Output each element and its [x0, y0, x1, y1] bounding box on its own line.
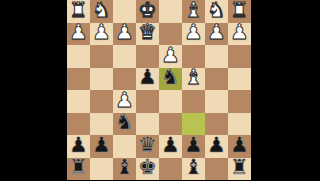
- white-queen[interactable]: ♛: [138, 22, 157, 43]
- black-king[interactable]: ♚: [138, 157, 157, 178]
- square-h8[interactable]: ♜: [67, 158, 90, 181]
- square-g8[interactable]: [90, 158, 113, 181]
- square-f4[interactable]: [113, 68, 136, 91]
- black-queen[interactable]: ♛: [138, 135, 157, 156]
- white-pawn[interactable]: ♟: [115, 22, 134, 43]
- square-b2[interactable]: ♟: [205, 23, 228, 46]
- square-f8[interactable]: ♝: [113, 158, 136, 181]
- white-rook[interactable]: ♜: [69, 0, 88, 21]
- black-pawn[interactable]: ♟: [184, 135, 203, 156]
- black-rook[interactable]: ♜: [69, 157, 88, 178]
- square-c6[interactable]: [182, 113, 205, 136]
- square-b6[interactable]: [205, 113, 228, 136]
- square-h4[interactable]: [67, 68, 90, 91]
- square-a5[interactable]: [228, 90, 251, 113]
- square-h7[interactable]: ♟: [67, 135, 90, 158]
- square-c2[interactable]: ♟: [182, 23, 205, 46]
- square-e8[interactable]: ♚: [136, 158, 159, 181]
- square-b4[interactable]: [205, 68, 228, 91]
- white-rook[interactable]: ♜: [230, 0, 249, 21]
- square-c5[interactable]: [182, 90, 205, 113]
- square-h3[interactable]: [67, 45, 90, 68]
- square-a1[interactable]: ♜: [228, 0, 251, 23]
- square-a4[interactable]: [228, 68, 251, 91]
- square-g3[interactable]: [90, 45, 113, 68]
- black-pawn[interactable]: ♟: [207, 135, 226, 156]
- white-pawn[interactable]: ♟: [161, 45, 180, 66]
- square-g1[interactable]: ♞: [90, 0, 113, 23]
- square-g4[interactable]: [90, 68, 113, 91]
- square-e3[interactable]: [136, 45, 159, 68]
- square-f6[interactable]: ♞: [113, 113, 136, 136]
- square-g5[interactable]: [90, 90, 113, 113]
- square-g6[interactable]: [90, 113, 113, 136]
- square-e2[interactable]: ♛: [136, 23, 159, 46]
- white-knight[interactable]: ♞: [207, 0, 226, 21]
- black-bishop[interactable]: ♝: [115, 157, 134, 178]
- square-e5[interactable]: [136, 90, 159, 113]
- square-c3[interactable]: [182, 45, 205, 68]
- square-e7[interactable]: ♛: [136, 135, 159, 158]
- square-c8[interactable]: ♝: [182, 158, 205, 181]
- white-pawn[interactable]: ♟: [69, 22, 88, 43]
- square-c1[interactable]: ♝: [182, 0, 205, 23]
- black-pawn[interactable]: ♟: [69, 135, 88, 156]
- square-a2[interactable]: ♟: [228, 23, 251, 46]
- square-b5[interactable]: [205, 90, 228, 113]
- app-screen: ♜♞♚♝♞♜♟♟♟♛♟♟♟♟♟♞♝♟♞♟♟♛♟♟♟♟♜♝♚♝♜: [0, 0, 320, 180]
- white-bishop[interactable]: ♝: [184, 67, 203, 88]
- square-d1[interactable]: [159, 0, 182, 23]
- square-a6[interactable]: [228, 113, 251, 136]
- square-a8[interactable]: ♜: [228, 158, 251, 181]
- square-b7[interactable]: ♟: [205, 135, 228, 158]
- square-f1[interactable]: [113, 0, 136, 23]
- square-d7[interactable]: ♟: [159, 135, 182, 158]
- black-pawn[interactable]: ♟: [138, 67, 157, 88]
- square-f5[interactable]: ♟: [113, 90, 136, 113]
- white-pawn[interactable]: ♟: [207, 22, 226, 43]
- square-c4[interactable]: ♝: [182, 68, 205, 91]
- black-knight[interactable]: ♞: [161, 67, 180, 88]
- white-bishop[interactable]: ♝: [184, 0, 203, 21]
- square-d6[interactable]: [159, 113, 182, 136]
- black-bishop[interactable]: ♝: [184, 157, 203, 178]
- square-h5[interactable]: [67, 90, 90, 113]
- square-d2[interactable]: [159, 23, 182, 46]
- white-pawn[interactable]: ♟: [184, 22, 203, 43]
- black-knight[interactable]: ♞: [115, 112, 134, 133]
- white-pawn[interactable]: ♟: [230, 22, 249, 43]
- square-g2[interactable]: ♟: [90, 23, 113, 46]
- white-king[interactable]: ♚: [138, 0, 157, 21]
- square-f7[interactable]: [113, 135, 136, 158]
- black-pawn[interactable]: ♟: [230, 135, 249, 156]
- black-rook[interactable]: ♜: [230, 157, 249, 178]
- square-h6[interactable]: [67, 113, 90, 136]
- square-b1[interactable]: ♞: [205, 0, 228, 23]
- square-e4[interactable]: ♟: [136, 68, 159, 91]
- black-pawn[interactable]: ♟: [92, 135, 111, 156]
- square-h1[interactable]: ♜: [67, 0, 90, 23]
- square-b3[interactable]: [205, 45, 228, 68]
- white-knight[interactable]: ♞: [92, 0, 111, 21]
- chessboard: ♜♞♚♝♞♜♟♟♟♛♟♟♟♟♟♞♝♟♞♟♟♛♟♟♟♟♜♝♚♝♜: [67, 0, 251, 180]
- square-c7[interactable]: ♟: [182, 135, 205, 158]
- square-a3[interactable]: [228, 45, 251, 68]
- white-pawn[interactable]: ♟: [115, 90, 134, 111]
- square-d4[interactable]: ♞: [159, 68, 182, 91]
- square-e6[interactable]: [136, 113, 159, 136]
- square-d8[interactable]: [159, 158, 182, 181]
- square-f3[interactable]: [113, 45, 136, 68]
- black-pawn[interactable]: ♟: [161, 135, 180, 156]
- square-a7[interactable]: ♟: [228, 135, 251, 158]
- square-d3[interactable]: ♟: [159, 45, 182, 68]
- white-pawn[interactable]: ♟: [92, 22, 111, 43]
- square-d5[interactable]: [159, 90, 182, 113]
- square-e1[interactable]: ♚: [136, 0, 159, 23]
- square-b8[interactable]: [205, 158, 228, 181]
- square-g7[interactable]: ♟: [90, 135, 113, 158]
- square-f2[interactable]: ♟: [113, 23, 136, 46]
- square-h2[interactable]: ♟: [67, 23, 90, 46]
